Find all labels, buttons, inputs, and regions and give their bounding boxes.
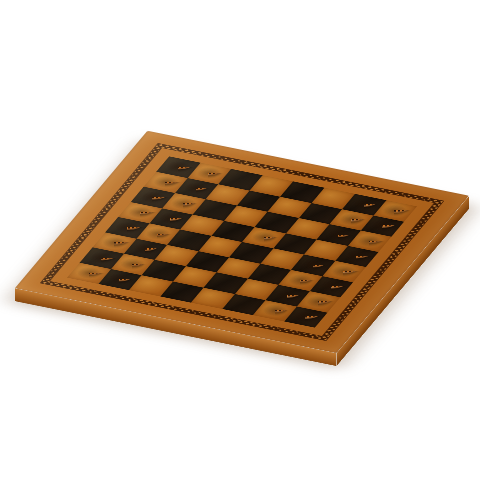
piece-figure: ♜ [266, 266, 346, 319]
piece-figure: ♟ [80, 238, 160, 281]
pawn-glyph: ♟ [104, 238, 136, 277]
scene: ♜♞♝♛♚♝♞♜♟♟♟♟♟♟♟♟♟♟♟♟♟♟♟♟♜♞♝♛♚♝♞♜ [0, 0, 480, 480]
chess-board: ♜♞♝♛♚♝♞♜♟♟♟♟♟♟♟♟♟♟♟♟♟♟♟♟♜♞♝♛♚♝♞♜ [15, 131, 469, 353]
rook-glyph: ♜ [286, 266, 325, 314]
